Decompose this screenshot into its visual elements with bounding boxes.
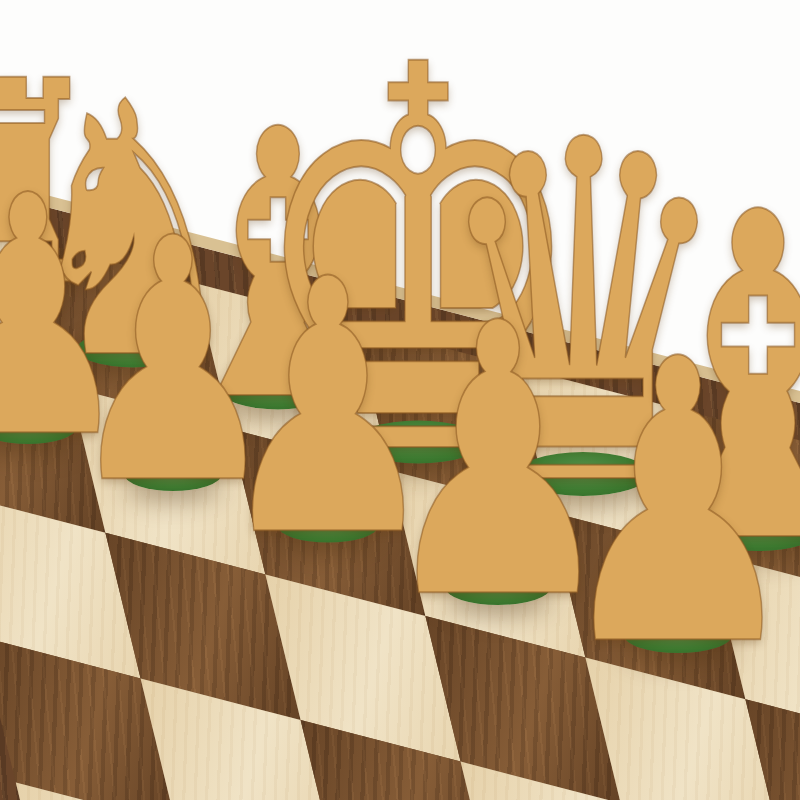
photo-stage: ♜♞♝♚♛♝♟♟♟♟♟ [0,0,800,800]
pieces-layer: ♜♞♝♚♛♝♟♟♟♟♟ [0,0,800,800]
piece-white-pawn-d2: ♟ [552,309,800,699]
white-pawn-glyph: ♟ [552,277,800,731]
